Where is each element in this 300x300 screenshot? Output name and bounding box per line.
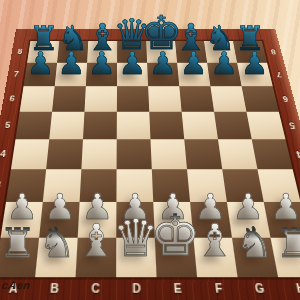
piece-black-pawn-b7[interactable]: ♟ [54, 46, 88, 77]
piece-black-pawn-g7[interactable]: ♟ [207, 46, 241, 77]
piece-black-pawn-d7[interactable]: ♟ [115, 46, 149, 77]
piece-white-bishop-f1[interactable]: ♝ [192, 217, 238, 262]
piece-black-pawn-h7[interactable]: ♟ [238, 46, 272, 77]
piece-white-rook-a1[interactable]: ♜ [0, 221, 39, 262]
pieces-layer: ♜♞♝♛♚♝♞♜♟♟♟♟♟♟♟♟♟♟♟♟♟♟♟♟♜♞♝♛♚♝♞♜ [0, 0, 300, 300]
piece-white-rook-h1[interactable]: ♜ [273, 221, 300, 262]
piece-black-pawn-a7[interactable]: ♟ [24, 46, 58, 77]
piece-black-pawn-e7[interactable]: ♟ [146, 46, 180, 77]
piece-white-knight-b1[interactable]: ♞ [35, 220, 78, 262]
watermark-text: cAen [1, 279, 32, 291]
piece-black-pawn-f7[interactable]: ♟ [177, 46, 211, 77]
chess-game-scene: ABCDEFGH ABCDEFGH 87654321 87654321 ♜♞♝♛… [0, 0, 300, 300]
piece-white-knight-g1[interactable]: ♞ [233, 220, 276, 262]
piece-black-pawn-c7[interactable]: ♟ [85, 46, 119, 77]
